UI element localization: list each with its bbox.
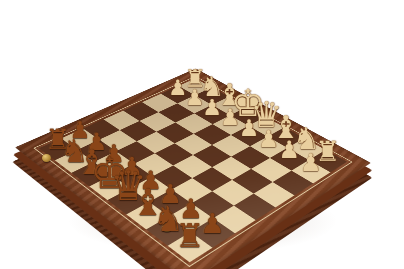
square-d7	[130, 177, 171, 202]
square-a3	[273, 171, 313, 196]
square-d6	[152, 166, 192, 190]
square-e7	[112, 164, 152, 188]
board-frame-top	[15, 68, 371, 269]
square-f7	[94, 152, 133, 175]
playing-area-grid	[39, 78, 347, 262]
square-b7	[170, 204, 213, 232]
square-c6	[171, 178, 212, 203]
square-b4	[232, 169, 272, 193]
square-b6	[191, 192, 233, 219]
square-a5	[233, 193, 275, 220]
square-b5	[212, 180, 253, 206]
square-a6	[213, 206, 256, 234]
perspective-wrapper	[0, 0, 404, 269]
chess-set-photo: ♜♞♝♛♚♝♞♜♟♟♟♟♟♟♟♟♟♟♟♟♟♟♟♟♜♞♝♛♚♝♞♜	[0, 0, 404, 269]
square-e8	[89, 175, 130, 200]
square-a8	[168, 232, 213, 263]
square-a2	[291, 160, 330, 184]
square-a7	[191, 218, 235, 247]
chess-board	[15, 68, 371, 269]
square-c7	[149, 190, 191, 217]
square-f8	[72, 162, 112, 186]
square-a4	[253, 182, 294, 208]
square-b3	[252, 158, 291, 181]
square-d8	[107, 188, 149, 214]
square-c4	[212, 157, 251, 180]
square-g8	[55, 150, 94, 173]
square-c5	[192, 167, 232, 191]
brass-latch-icon	[42, 154, 51, 162]
square-e6	[134, 153, 173, 176]
square-d5	[173, 155, 212, 178]
brass-hinge-icon	[162, 224, 172, 232]
